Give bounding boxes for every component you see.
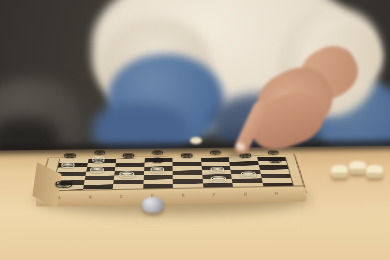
metal-die[interactable]: [142, 197, 164, 213]
rank-label-1: 1: [303, 185, 305, 189]
rank-label-6: 6: [296, 161, 298, 165]
piece-dark-man[interactable]: ⛂: [239, 151, 251, 160]
file-label-E: E: [182, 193, 185, 198]
file-label-H: H: [275, 191, 278, 196]
rank-label-5: 5: [297, 165, 299, 169]
captured-light-piece[interactable]: [331, 168, 348, 178]
file-label-G: G: [244, 192, 247, 197]
piece-dark-man[interactable]: ⛂: [181, 151, 193, 160]
piece-light-man[interactable]: ⛂: [210, 172, 227, 185]
rank-label-2: 2: [302, 180, 304, 184]
piece-light-man[interactable]: ⛂: [119, 168, 135, 180]
piece-light-man[interactable]: ⛂: [150, 163, 165, 174]
captured-light-piece[interactable]: [366, 168, 383, 178]
rank-label-3: 3: [300, 175, 302, 179]
photo-scene: ABCDEFGH 87654321 ⛂⛂⛂⛂⛂⛂⛂⛂⛃⛂⛂⛂⛂⛂⛂⛂⛂⛂⛂: [0, 0, 390, 260]
captured-light-piece[interactable]: [349, 164, 366, 174]
piece-dark-man[interactable]: ⛂: [55, 177, 73, 190]
offboard-light-piece-far[interactable]: [190, 137, 202, 144]
file-label-C: C: [120, 194, 123, 199]
piece-dark-man[interactable]: ⛂: [210, 149, 221, 157]
piece-light-man[interactable]: ⛂: [90, 163, 105, 174]
file-label-B: B: [89, 195, 92, 200]
rank-label-4: 4: [299, 170, 301, 174]
piece-light-man[interactable]: ⛂: [61, 159, 75, 170]
piece-light-man[interactable]: ⛂: [240, 168, 256, 180]
piece-dark-man[interactable]: ⛂: [122, 151, 134, 160]
piece-dark-man[interactable]: ⛂: [269, 155, 282, 165]
file-label-F: F: [213, 192, 215, 197]
